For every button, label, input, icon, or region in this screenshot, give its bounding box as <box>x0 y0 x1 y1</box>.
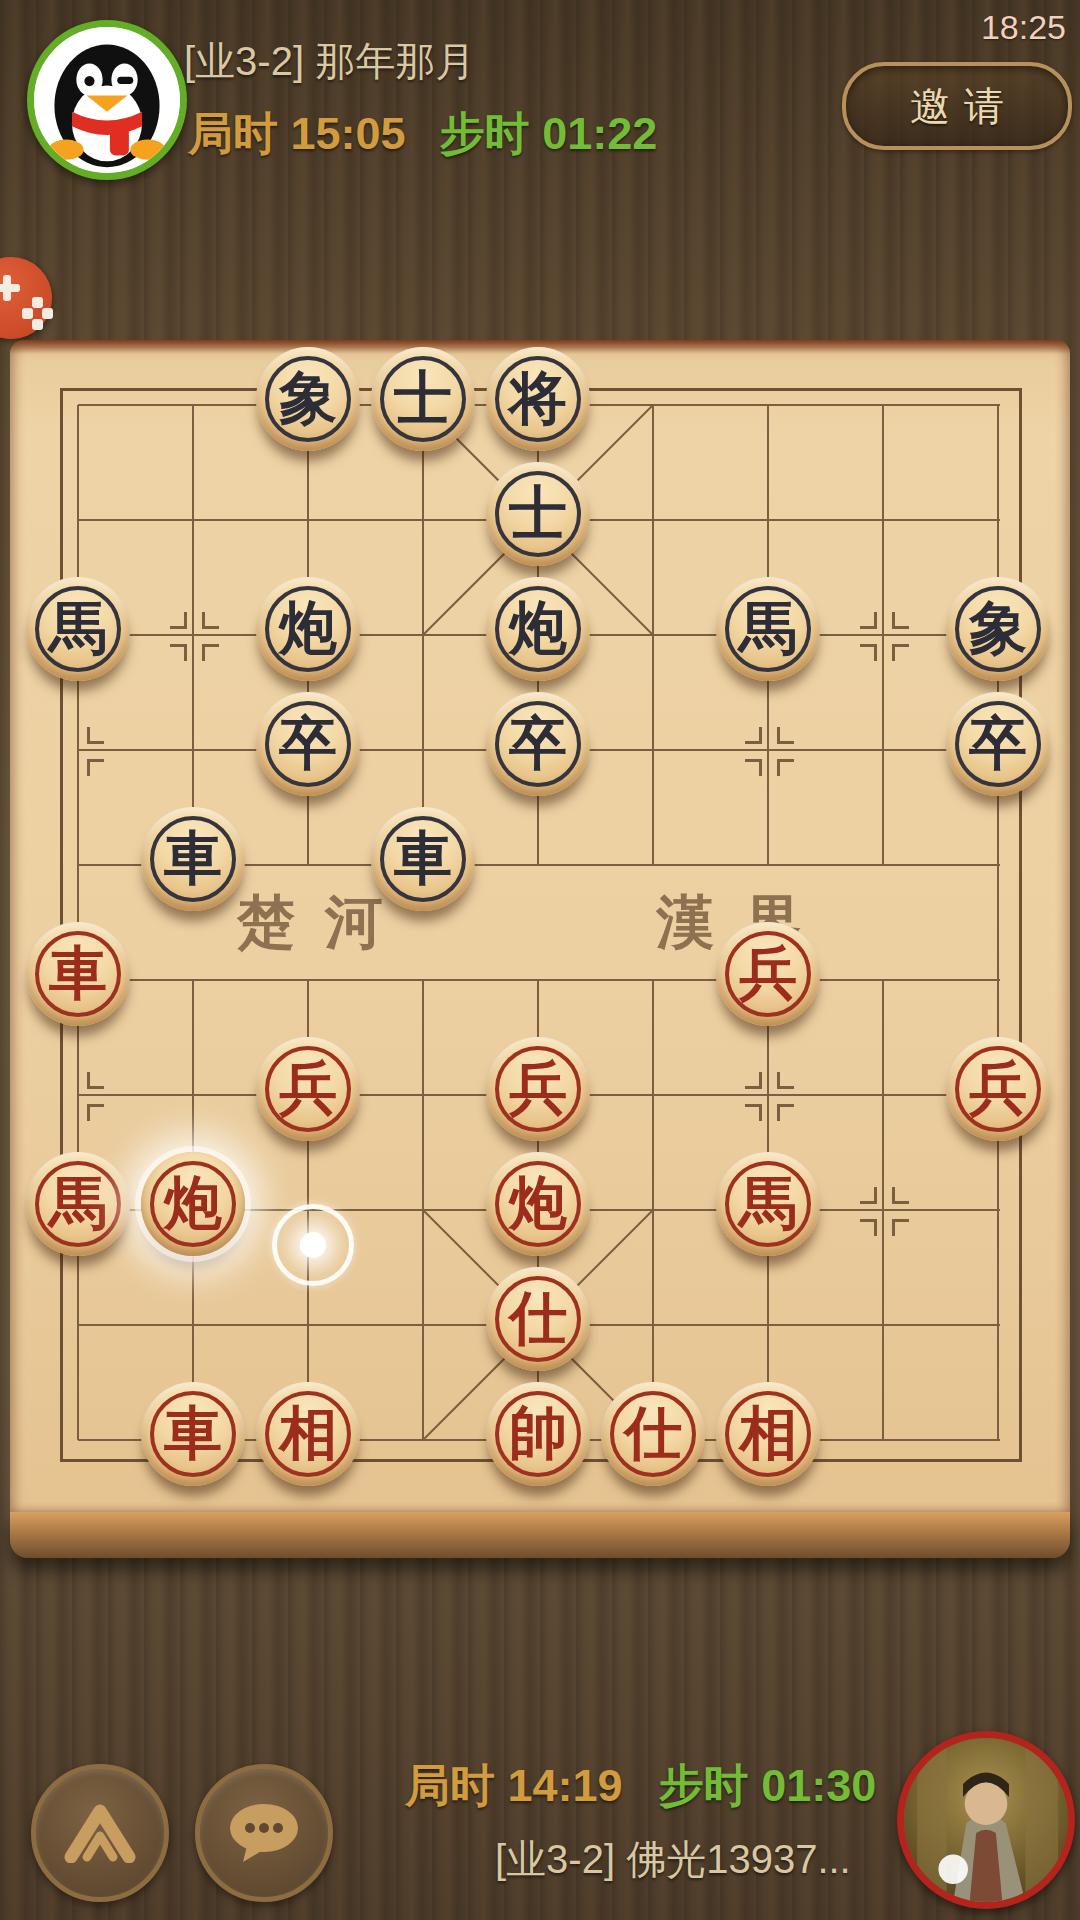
point-marker <box>892 1219 909 1236</box>
piece-black-卒[interactable]: 卒 <box>256 692 360 796</box>
top-player-name: [业3-2] 那年那月 <box>184 34 475 89</box>
grid-line <box>652 405 654 865</box>
piece-glyph: 馬 <box>716 577 820 681</box>
game-screen: 18:25 [业3-2] 那年那月 局时 15:05 步时 01:22 邀请 <box>0 0 1080 1920</box>
point-marker <box>87 1072 104 1089</box>
piece-black-馬[interactable]: 馬 <box>26 577 130 681</box>
point-marker <box>860 644 877 661</box>
chevron-up-icon <box>63 1803 137 1863</box>
piece-black-馬[interactable]: 馬 <box>716 577 820 681</box>
board-front-edge <box>10 1512 1070 1558</box>
piece-black-車[interactable]: 車 <box>371 807 475 911</box>
move-target-cursor <box>272 1204 354 1286</box>
piece-red-相[interactable]: 相 <box>256 1382 360 1486</box>
piece-black-士[interactable]: 士 <box>371 347 475 451</box>
point-marker <box>860 1187 877 1204</box>
piece-red-馬[interactable]: 馬 <box>26 1152 130 1256</box>
piece-black-将[interactable]: 将 <box>486 347 590 451</box>
piece-red-車[interactable]: 車 <box>26 922 130 1026</box>
point-marker <box>892 1187 909 1204</box>
piece-glyph: 車 <box>26 922 130 1026</box>
grid-line <box>192 405 194 865</box>
piece-red-帥[interactable]: 帥 <box>486 1382 590 1486</box>
piece-glyph: 相 <box>256 1382 360 1486</box>
grid-line <box>997 405 999 1440</box>
piece-black-炮[interactable]: 炮 <box>486 577 590 681</box>
chat-button[interactable] <box>195 1764 333 1902</box>
point-marker <box>87 727 104 744</box>
status-bar-time: 18:25 <box>981 8 1066 47</box>
piece-black-卒[interactable]: 卒 <box>946 692 1050 796</box>
piece-black-炮[interactable]: 炮 <box>256 577 360 681</box>
piece-red-仕[interactable]: 仕 <box>601 1382 705 1486</box>
piece-glyph: 帥 <box>486 1382 590 1486</box>
piece-glyph: 卒 <box>946 692 1050 796</box>
point-marker <box>860 1219 877 1236</box>
piece-red-兵[interactable]: 兵 <box>486 1037 590 1141</box>
point-marker <box>202 644 219 661</box>
piece-red-兵[interactable]: 兵 <box>716 922 820 1026</box>
piece-glyph: 馬 <box>26 1152 130 1256</box>
piece-glyph: 兵 <box>256 1037 360 1141</box>
point-marker <box>202 612 219 629</box>
gamepad-icon-bar <box>3 275 11 301</box>
point-marker <box>860 612 877 629</box>
point-marker <box>777 1072 794 1089</box>
bottom-player-name: [业3-2] 佛光13937... <box>495 1832 851 1887</box>
cursor-dot <box>300 1232 326 1258</box>
point-marker <box>745 759 762 776</box>
piece-glyph: 卒 <box>486 692 590 796</box>
piece-red-炮[interactable]: 炮 <box>486 1152 590 1256</box>
grid-line <box>422 980 424 1440</box>
collapse-button[interactable] <box>31 1764 169 1902</box>
top-player-avatar[interactable] <box>27 20 187 180</box>
piece-black-卒[interactable]: 卒 <box>486 692 590 796</box>
piece-glyph: 車 <box>141 807 245 911</box>
piece-black-車[interactable]: 車 <box>141 807 245 911</box>
piece-glyph: 馬 <box>716 1152 820 1256</box>
piece-red-仕[interactable]: 仕 <box>486 1267 590 1371</box>
point-marker <box>170 644 187 661</box>
bottom-player-avatar[interactable] <box>897 1731 1075 1909</box>
piece-glyph: 兵 <box>486 1037 590 1141</box>
gamepad-dot <box>42 308 53 319</box>
grid-line <box>422 405 424 865</box>
piece-glyph: 炮 <box>486 1152 590 1256</box>
point-marker <box>777 1104 794 1121</box>
piece-glyph: 士 <box>486 462 590 566</box>
piece-glyph: 士 <box>371 347 475 451</box>
point-marker <box>777 727 794 744</box>
piece-glyph: 兵 <box>946 1037 1050 1141</box>
piece-glyph: 仕 <box>601 1382 705 1486</box>
point-marker <box>745 1072 762 1089</box>
floating-menu-button[interactable] <box>0 257 52 339</box>
grid-line <box>882 405 884 865</box>
piece-red-馬[interactable]: 馬 <box>716 1152 820 1256</box>
piece-glyph: 兵 <box>716 922 820 1026</box>
point-marker <box>745 727 762 744</box>
piece-red-車[interactable]: 車 <box>141 1382 245 1486</box>
chat-bubble-icon <box>225 1800 303 1866</box>
point-marker <box>892 612 909 629</box>
point-marker <box>892 644 909 661</box>
piece-red-炮[interactable]: 炮 <box>141 1152 245 1256</box>
piece-glyph: 卒 <box>256 692 360 796</box>
grid-line <box>652 980 654 1440</box>
piece-red-兵[interactable]: 兵 <box>946 1037 1050 1141</box>
qq-penguin-icon <box>34 27 180 173</box>
bottom-game-time: 局时 14:19 <box>405 1756 623 1816</box>
point-marker <box>777 759 794 776</box>
grid-line <box>882 980 884 1440</box>
gamepad-dot <box>32 319 43 330</box>
piece-glyph: 炮 <box>486 577 590 681</box>
piece-glyph: 炮 <box>256 577 360 681</box>
invite-button-label: 邀请 <box>896 79 1018 134</box>
piece-glyph: 車 <box>371 807 475 911</box>
gamepad-dot <box>22 308 33 319</box>
grid-line <box>78 979 1000 981</box>
gamepad-dot <box>32 297 43 308</box>
point-marker <box>745 1104 762 1121</box>
piece-black-象[interactable]: 象 <box>256 347 360 451</box>
piece-glyph: 車 <box>141 1382 245 1486</box>
piece-glyph: 象 <box>256 347 360 451</box>
piece-black-士[interactable]: 士 <box>486 462 590 566</box>
portrait-photo <box>904 1738 1068 1902</box>
piece-black-象[interactable]: 象 <box>946 577 1050 681</box>
top-move-time: 步时 01:22 <box>440 104 658 164</box>
point-marker <box>87 1104 104 1121</box>
piece-glyph: 象 <box>946 577 1050 681</box>
piece-glyph: 炮 <box>141 1152 245 1256</box>
piece-glyph: 馬 <box>26 577 130 681</box>
piece-glyph: 将 <box>486 347 590 451</box>
piece-glyph: 仕 <box>486 1267 590 1371</box>
top-game-time: 局时 15:05 <box>188 104 406 164</box>
bottom-player-timers: 局时 14:19 步时 01:30 <box>405 1756 876 1816</box>
bottom-move-time: 步时 01:30 <box>659 1756 877 1816</box>
point-marker <box>87 759 104 776</box>
invite-button[interactable]: 邀请 <box>842 62 1072 150</box>
top-player-timers: 局时 15:05 步时 01:22 <box>188 104 657 164</box>
piece-red-兵[interactable]: 兵 <box>256 1037 360 1141</box>
point-marker <box>170 612 187 629</box>
piece-red-相[interactable]: 相 <box>716 1382 820 1486</box>
piece-glyph: 相 <box>716 1382 820 1486</box>
